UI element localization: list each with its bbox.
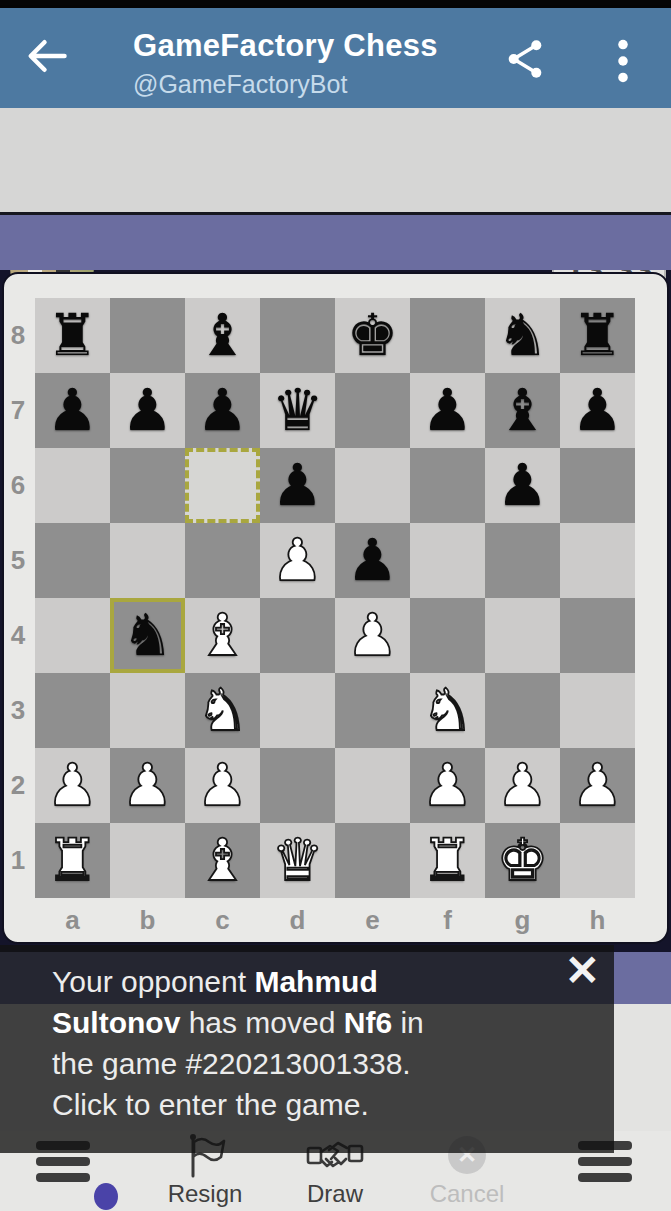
square-b2[interactable]: ♟ bbox=[110, 748, 185, 823]
white-queen: ♛ bbox=[272, 823, 324, 898]
status-bar bbox=[0, 0, 671, 8]
rank-label-5: 5 bbox=[6, 523, 30, 598]
black-pawn: ♟ bbox=[272, 448, 324, 523]
black-pawn: ♟ bbox=[422, 373, 474, 448]
square-h6[interactable] bbox=[560, 448, 635, 523]
white-bishop: ♝ bbox=[197, 823, 249, 898]
square-g5[interactable] bbox=[485, 523, 560, 598]
black-knight: ♞ bbox=[497, 298, 549, 373]
file-label-f: f bbox=[410, 902, 485, 938]
square-f3[interactable]: ♞ bbox=[410, 673, 485, 748]
white-bishop: ♝ bbox=[197, 598, 249, 673]
black-pawn: ♟ bbox=[47, 373, 99, 448]
bot-username: @GameFactoryBot bbox=[133, 70, 347, 99]
square-h5[interactable] bbox=[560, 523, 635, 598]
square-h8[interactable]: ♜ bbox=[560, 298, 635, 373]
square-c6[interactable] bbox=[185, 448, 260, 523]
square-c7[interactable]: ♟ bbox=[185, 373, 260, 448]
opponent-info-row[interactable]: jaweed Playing 13:33 bbox=[0, 108, 671, 212]
square-e8[interactable]: ♚ bbox=[335, 298, 410, 373]
square-g6[interactable]: ♟ bbox=[485, 448, 560, 523]
black-pawn: ♟ bbox=[197, 373, 249, 448]
notification-line: Sultonov has moved Nf6 in bbox=[52, 1002, 582, 1043]
file-label-h: h bbox=[560, 902, 635, 938]
file-label-b: b bbox=[110, 902, 185, 938]
square-d4[interactable] bbox=[260, 598, 335, 673]
square-d8[interactable] bbox=[260, 298, 335, 373]
black-pawn: ♟ bbox=[497, 448, 549, 523]
square-e2[interactable] bbox=[335, 748, 410, 823]
black-king: ♚ bbox=[347, 298, 399, 373]
square-f4[interactable] bbox=[410, 598, 485, 673]
square-a1[interactable]: ♜ bbox=[35, 823, 110, 898]
square-f8[interactable] bbox=[410, 298, 485, 373]
black-bishop: ♝ bbox=[197, 298, 249, 373]
black-pawn: ♟ bbox=[122, 373, 174, 448]
rank-label-1: 1 bbox=[6, 823, 30, 898]
square-c8[interactable]: ♝ bbox=[185, 298, 260, 373]
white-pawn: ♟ bbox=[272, 523, 324, 598]
square-b3[interactable] bbox=[110, 673, 185, 748]
rank-label-7: 7 bbox=[6, 373, 30, 448]
white-pawn: ♟ bbox=[197, 748, 249, 823]
white-knight: ♞ bbox=[197, 673, 249, 748]
square-g1[interactable]: ♚ bbox=[485, 823, 560, 898]
notification-line: Click to enter the game. bbox=[52, 1084, 582, 1125]
cancel-button[interactable]: Cancel bbox=[412, 1180, 522, 1208]
header-bar: GameFactory Chess @GameFactoryBot bbox=[0, 8, 671, 108]
square-e5[interactable]: ♟ bbox=[335, 523, 410, 598]
top-divider-bar bbox=[0, 212, 671, 270]
square-d3[interactable] bbox=[260, 673, 335, 748]
square-h1[interactable] bbox=[560, 823, 635, 898]
share-icon[interactable] bbox=[505, 38, 545, 80]
square-d1[interactable]: ♛ bbox=[260, 823, 335, 898]
square-d2[interactable] bbox=[260, 748, 335, 823]
square-b4[interactable]: ♞ bbox=[110, 598, 185, 673]
black-knight: ♞ bbox=[122, 598, 174, 673]
rank-label-6: 6 bbox=[6, 448, 30, 523]
square-c1[interactable]: ♝ bbox=[185, 823, 260, 898]
square-a3[interactable] bbox=[35, 673, 110, 748]
file-label-e: e bbox=[335, 902, 410, 938]
square-c5[interactable] bbox=[185, 523, 260, 598]
square-g4[interactable] bbox=[485, 598, 560, 673]
white-pawn: ♟ bbox=[47, 748, 99, 823]
square-b7[interactable]: ♟ bbox=[110, 373, 185, 448]
square-f2[interactable]: ♟ bbox=[410, 748, 485, 823]
white-rook: ♜ bbox=[422, 823, 474, 898]
square-f5[interactable] bbox=[410, 523, 485, 598]
square-b6[interactable] bbox=[110, 448, 185, 523]
square-f7[interactable]: ♟ bbox=[410, 373, 485, 448]
square-e3[interactable] bbox=[335, 673, 410, 748]
file-label-a: a bbox=[35, 902, 110, 938]
square-a8[interactable]: ♜ bbox=[35, 298, 110, 373]
white-rook: ♜ bbox=[47, 823, 99, 898]
back-arrow-icon[interactable] bbox=[24, 36, 70, 76]
notification-line: Your opponent Mahmud bbox=[52, 961, 582, 1002]
black-rook: ♜ bbox=[47, 298, 99, 373]
rank-label-3: 3 bbox=[6, 673, 30, 748]
square-h3[interactable] bbox=[560, 673, 635, 748]
page-title: GameFactory Chess bbox=[133, 28, 438, 64]
turn-indicator-dot bbox=[94, 1183, 118, 1210]
white-pawn: ♟ bbox=[347, 598, 399, 673]
rank-label-4: 4 bbox=[6, 598, 30, 673]
square-d6[interactable]: ♟ bbox=[260, 448, 335, 523]
square-a2[interactable]: ♟ bbox=[35, 748, 110, 823]
white-pawn: ♟ bbox=[122, 748, 174, 823]
file-label-c: c bbox=[185, 902, 260, 938]
square-h7[interactable]: ♟ bbox=[560, 373, 635, 448]
square-b5[interactable] bbox=[110, 523, 185, 598]
square-d5[interactable]: ♟ bbox=[260, 523, 335, 598]
square-g2[interactable]: ♟ bbox=[485, 748, 560, 823]
white-pawn: ♟ bbox=[497, 748, 549, 823]
white-pawn: ♟ bbox=[572, 748, 624, 823]
square-a5[interactable] bbox=[35, 523, 110, 598]
overflow-menu-icon[interactable] bbox=[614, 38, 632, 84]
black-rook: ♜ bbox=[572, 298, 624, 373]
square-b1[interactable] bbox=[110, 823, 185, 898]
black-pawn: ♟ bbox=[572, 373, 624, 448]
app-window: GameFactory Chess @GameFactoryBot jaweed… bbox=[0, 0, 671, 1211]
square-e6[interactable] bbox=[335, 448, 410, 523]
file-label-g: g bbox=[485, 902, 560, 938]
square-d7[interactable]: ♛ bbox=[260, 373, 335, 448]
rank-label-2: 2 bbox=[6, 748, 30, 823]
file-label-d: d bbox=[260, 902, 335, 938]
notification-text: Your opponent MahmudSultonov has moved N… bbox=[52, 961, 582, 1125]
notification-line: the game #220213001338. bbox=[52, 1043, 582, 1084]
square-f6[interactable] bbox=[410, 448, 485, 523]
square-c2[interactable]: ♟ bbox=[185, 748, 260, 823]
black-bishop: ♝ bbox=[497, 373, 549, 448]
square-h4[interactable] bbox=[560, 598, 635, 673]
square-a4[interactable] bbox=[35, 598, 110, 673]
square-c3[interactable]: ♞ bbox=[185, 673, 260, 748]
draw-button[interactable]: Draw bbox=[280, 1180, 390, 1208]
white-king: ♚ bbox=[497, 823, 549, 898]
black-queen: ♛ bbox=[272, 373, 324, 448]
square-g8[interactable]: ♞ bbox=[485, 298, 560, 373]
white-knight: ♞ bbox=[422, 673, 474, 748]
square-f1[interactable]: ♜ bbox=[410, 823, 485, 898]
square-g7[interactable]: ♝ bbox=[485, 373, 560, 448]
square-e7[interactable] bbox=[335, 373, 410, 448]
move-notification-toast[interactable]: ✕ Your opponent MahmudSultonov has moved… bbox=[0, 945, 614, 1153]
square-a7[interactable]: ♟ bbox=[35, 373, 110, 448]
square-b8[interactable] bbox=[110, 298, 185, 373]
square-e1[interactable] bbox=[335, 823, 410, 898]
square-e4[interactable]: ♟ bbox=[335, 598, 410, 673]
resign-button[interactable]: Resign bbox=[150, 1180, 260, 1208]
white-pawn: ♟ bbox=[422, 748, 474, 823]
chess-board[interactable]: ♜♝♚♞♜♟♟♟♛♟♝♟♟♟♟♟♞♝♟♞♞♟♟♟♟♟♟♜♝♛♜♚ bbox=[35, 298, 635, 898]
black-pawn: ♟ bbox=[347, 523, 399, 598]
square-c4[interactable]: ♝ bbox=[185, 598, 260, 673]
square-h2[interactable]: ♟ bbox=[560, 748, 635, 823]
rank-label-8: 8 bbox=[6, 298, 30, 373]
square-g3[interactable] bbox=[485, 673, 560, 748]
square-a6[interactable] bbox=[35, 448, 110, 523]
